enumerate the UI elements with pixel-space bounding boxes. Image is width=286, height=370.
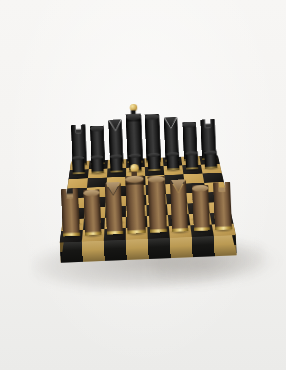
piece-black-pawn: ♟ xyxy=(148,153,161,171)
rook-notch xyxy=(76,129,81,133)
piece-white-knight: ♘ xyxy=(83,189,101,235)
product-photo: ♜♞♝♚♛♝♞♜♟♟♟♟♟♟♟♟♙♙♙♙♙♙♙♙♖♘♗♔♕♗♘♖ xyxy=(0,0,286,370)
piece-black-pawn: ♟ xyxy=(204,150,217,168)
brass-base-ring xyxy=(194,227,210,231)
pieces-layer: ♜♞♝♚♛♝♞♜♟♟♟♟♟♟♟♟♙♙♙♙♙♙♙♙♖♘♗♔♕♗♘♖ xyxy=(60,155,236,242)
scene-tilt: ♜♞♝♚♛♝♞♜♟♟♟♟♟♟♟♟♙♙♙♙♙♙♙♙♖♘♗♔♕♗♘♖ xyxy=(0,0,286,370)
piece-body xyxy=(147,176,167,233)
piece-white-king: ♔ xyxy=(125,164,146,234)
rook-notch xyxy=(219,187,225,192)
piece-white-queen: ♕ xyxy=(147,176,167,233)
piece-white-bishop: ♗ xyxy=(105,182,123,235)
piece-black-pawn: ♟ xyxy=(72,156,85,174)
brass-base-ring xyxy=(107,231,123,235)
piece-white-bishop: ♗ xyxy=(170,179,188,232)
rook-notch xyxy=(67,194,73,199)
rook-notch xyxy=(205,124,210,128)
piece-white-rook: ♖ xyxy=(61,188,80,237)
piece-body xyxy=(192,185,210,231)
piece-white-rook: ♖ xyxy=(213,182,232,231)
piece-black-pawn: ♟ xyxy=(166,152,179,170)
piece-black-pawn: ♟ xyxy=(110,154,123,172)
piece-body xyxy=(83,189,101,235)
brass-base-ring xyxy=(85,232,101,236)
piece-black-pawn: ♟ xyxy=(185,151,198,169)
chessboard: ♜♞♝♚♛♝♞♜♟♟♟♟♟♟♟♟♙♙♙♙♙♙♙♙♖♘♗♔♕♗♘♖ xyxy=(60,155,236,242)
piece-black-pawn: ♟ xyxy=(91,155,104,173)
scene-3d: ♜♞♝♚♛♝♞♜♟♟♟♟♟♟♟♟♙♙♙♙♙♙♙♙♖♘♗♔♕♗♘♖ xyxy=(0,0,286,370)
piece-body xyxy=(125,176,146,234)
brass-base-ring xyxy=(172,228,188,232)
piece-white-knight: ♘ xyxy=(192,185,210,231)
